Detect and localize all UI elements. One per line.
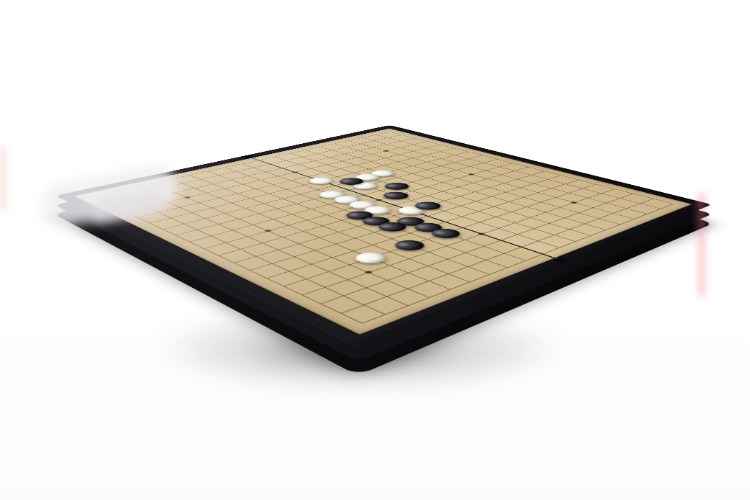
grid-line	[320, 194, 633, 305]
board-surface[interactable]	[74, 128, 692, 334]
hoshi-point	[477, 232, 486, 235]
photo-artifact-left	[0, 146, 6, 212]
black-stone[interactable]	[409, 221, 448, 234]
surface-glare	[74, 128, 692, 334]
grid-line	[137, 145, 440, 218]
black-stone[interactable]	[426, 227, 465, 240]
white-stone[interactable]	[359, 204, 396, 215]
grid-line	[162, 152, 468, 230]
white-stone[interactable]	[350, 251, 392, 266]
white-stone[interactable]	[344, 199, 380, 210]
black-stone[interactable]	[373, 221, 412, 234]
hoshi-point	[364, 271, 374, 275]
white-stone[interactable]	[393, 205, 430, 216]
black-stone[interactable]	[409, 200, 445, 211]
board-wrapper	[147, 20, 612, 380]
hoshi-point	[570, 201, 578, 203]
black-stone[interactable]	[341, 209, 378, 221]
black-stone[interactable]	[392, 215, 430, 227]
black-stone[interactable]	[389, 238, 430, 252]
grid-line	[207, 171, 489, 274]
product-photo-canvas	[0, 0, 750, 500]
hoshi-point	[263, 229, 272, 232]
black-stone[interactable]	[357, 215, 395, 227]
grid-line	[249, 175, 561, 270]
grid-line	[305, 150, 591, 236]
photo-artifact-right	[697, 192, 706, 297]
grid-line	[132, 187, 407, 306]
grid-line	[241, 164, 525, 261]
grid-line	[348, 140, 634, 219]
board-half-tint	[74, 128, 692, 334]
